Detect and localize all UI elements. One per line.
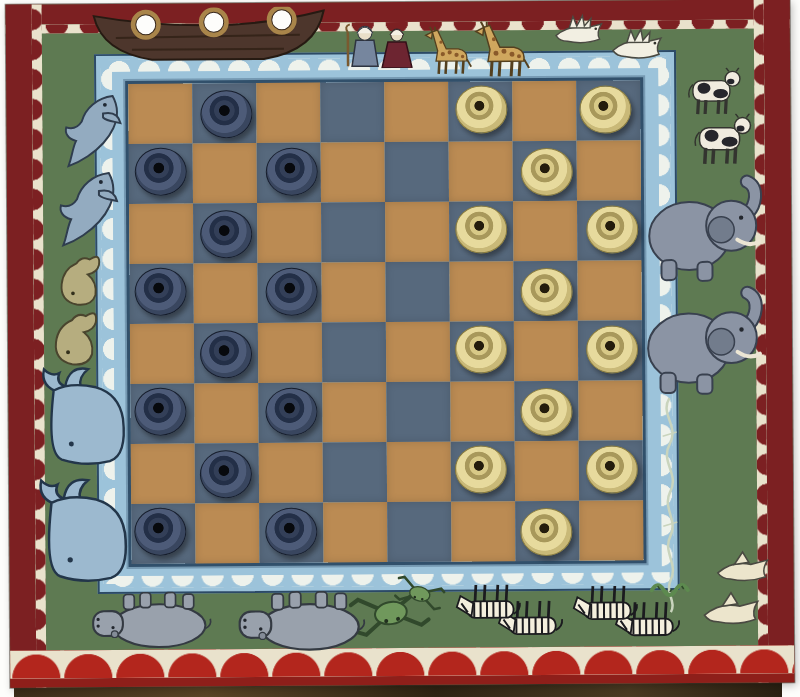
dove <box>606 26 664 64</box>
square-8-4[interactable] <box>323 502 387 562</box>
square-1-4[interactable] <box>320 82 384 142</box>
spotted-cow <box>688 114 754 166</box>
square-3-6[interactable] <box>449 201 513 261</box>
cream-checker[interactable] <box>455 205 507 253</box>
square-3-2[interactable] <box>193 203 257 263</box>
navy-checker[interactable] <box>265 388 317 436</box>
square-4-8[interactable] <box>577 260 641 320</box>
square-1-2[interactable] <box>192 83 256 143</box>
square-3-5[interactable] <box>385 202 449 262</box>
snake <box>650 578 696 598</box>
square-7-8[interactable] <box>579 440 643 500</box>
giraffe <box>424 25 472 75</box>
square-6-7[interactable] <box>514 381 578 441</box>
noahs-ark <box>88 6 328 64</box>
cream-checker[interactable] <box>520 268 572 316</box>
goose <box>711 547 769 591</box>
square-4-1[interactable] <box>129 263 193 323</box>
square-4-2[interactable] <box>193 263 257 323</box>
tan-whale <box>51 250 103 308</box>
checkerboard <box>128 80 643 564</box>
navy-checker[interactable] <box>134 267 186 315</box>
square-4-6[interactable] <box>449 261 513 321</box>
square-8-3[interactable] <box>259 503 323 563</box>
square-3-4[interactable] <box>321 202 385 262</box>
square-7-1[interactable] <box>131 443 195 503</box>
square-2-1[interactable] <box>129 143 193 203</box>
square-7-6[interactable] <box>451 441 515 501</box>
square-1-7[interactable] <box>512 81 576 141</box>
dolphin <box>55 166 120 248</box>
noah-and-wife-figures <box>340 20 420 69</box>
cream-checker[interactable] <box>455 445 507 493</box>
square-2-8[interactable] <box>577 140 641 200</box>
square-8-6[interactable] <box>451 501 515 561</box>
goose <box>698 587 760 635</box>
square-3-3[interactable] <box>257 203 321 263</box>
square-8-1[interactable] <box>131 503 195 563</box>
square-3-8[interactable] <box>577 200 641 260</box>
square-7-4[interactable] <box>323 442 387 502</box>
square-6-3[interactable] <box>258 383 322 443</box>
blue-whale <box>35 472 138 587</box>
cream-checker[interactable] <box>455 85 507 133</box>
square-6-8[interactable] <box>578 380 642 440</box>
square-7-7[interactable] <box>515 441 579 501</box>
square-4-7[interactable] <box>513 261 577 321</box>
square-6-4[interactable] <box>322 382 386 442</box>
navy-checker[interactable] <box>266 148 318 196</box>
square-7-3[interactable] <box>259 443 323 503</box>
cream-checker[interactable] <box>520 388 572 436</box>
square-5-5[interactable] <box>386 322 450 382</box>
square-1-6[interactable] <box>448 81 512 141</box>
square-4-4[interactable] <box>321 262 385 322</box>
navy-checker[interactable] <box>200 90 252 138</box>
square-1-8[interactable] <box>576 80 640 140</box>
cream-checker[interactable] <box>586 205 638 253</box>
tan-whale <box>46 306 100 368</box>
square-5-8[interactable] <box>578 320 642 380</box>
square-8-2[interactable] <box>195 503 259 563</box>
navy-checker[interactable] <box>134 507 186 555</box>
blue-whale <box>38 360 135 471</box>
square-4-5[interactable] <box>385 262 449 322</box>
square-5-6[interactable] <box>450 321 514 381</box>
dove <box>550 13 604 49</box>
square-2-4[interactable] <box>321 142 385 202</box>
elephant <box>645 173 766 282</box>
cream-checker[interactable] <box>520 508 572 556</box>
navy-checker[interactable] <box>200 450 252 498</box>
square-3-7[interactable] <box>513 201 577 261</box>
square-4-3[interactable] <box>257 263 321 323</box>
navy-checker[interactable] <box>135 147 187 195</box>
square-6-1[interactable] <box>130 383 194 443</box>
square-5-3[interactable] <box>258 323 322 383</box>
square-2-6[interactable] <box>449 141 513 201</box>
square-3-1[interactable] <box>129 203 193 263</box>
square-2-5[interactable] <box>385 142 449 202</box>
navy-checker[interactable] <box>134 387 186 435</box>
square-7-2[interactable] <box>195 443 259 503</box>
square-6-2[interactable] <box>194 383 258 443</box>
painted-board-face <box>6 0 795 688</box>
square-8-5[interactable] <box>387 502 451 562</box>
square-5-4[interactable] <box>322 322 386 382</box>
navy-checker[interactable] <box>265 268 317 316</box>
dolphin <box>60 90 123 168</box>
cream-checker[interactable] <box>586 325 638 373</box>
hippo <box>224 586 378 657</box>
zebra-pair <box>450 579 570 644</box>
square-8-7[interactable] <box>515 501 579 561</box>
square-6-5[interactable] <box>386 382 450 442</box>
square-1-3[interactable] <box>256 83 320 143</box>
square-1-5[interactable] <box>384 82 448 142</box>
giraffe <box>474 21 530 77</box>
square-2-3[interactable] <box>257 143 321 203</box>
spotted-cow <box>682 68 744 116</box>
navy-checker[interactable] <box>200 330 252 378</box>
cream-checker[interactable] <box>579 85 631 133</box>
navy-checker[interactable] <box>265 508 317 556</box>
square-5-7[interactable] <box>514 321 578 381</box>
square-1-1[interactable] <box>128 83 192 143</box>
elephant <box>644 283 767 396</box>
square-5-1[interactable] <box>130 323 194 383</box>
cream-checker[interactable] <box>586 445 638 493</box>
square-6-6[interactable] <box>450 381 514 441</box>
cream-checker[interactable] <box>521 148 573 196</box>
square-2-2[interactable] <box>193 143 257 203</box>
board-photo <box>0 0 800 697</box>
navy-checker[interactable] <box>200 210 252 258</box>
square-5-2[interactable] <box>194 323 258 383</box>
square-2-7[interactable] <box>513 141 577 201</box>
hippo <box>82 587 220 654</box>
square-8-8[interactable] <box>579 500 643 560</box>
cream-checker[interactable] <box>455 325 507 373</box>
square-7-5[interactable] <box>387 442 451 502</box>
